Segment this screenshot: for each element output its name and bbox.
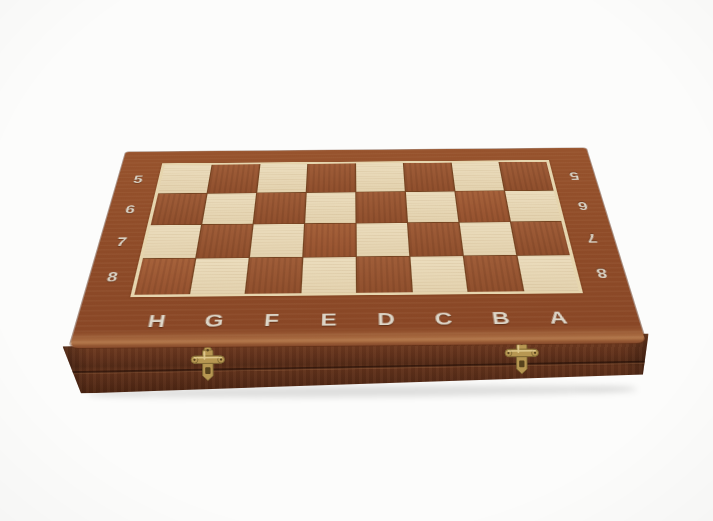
square-h5 [158,165,211,194]
chess-box: 5678 5678 HGFEDCBA [0,0,713,521]
file-label-g: G [184,311,244,331]
square-e6 [305,192,355,223]
square-g6 [202,193,256,224]
square-b7 [460,222,517,255]
square-a5 [500,162,554,191]
square-f6 [254,193,306,224]
file-label-h: H [126,312,187,332]
square-g5 [208,164,260,193]
square-b6 [455,191,509,222]
square-f8 [246,258,302,294]
rank-label-right-7: 7 [566,221,619,255]
file-label-e: E [300,310,358,330]
file-label-d: D [357,310,415,330]
file-labels: HGFEDCBA [122,293,592,347]
square-d8 [357,257,412,293]
file-label-a: A [528,308,590,328]
square-c5 [404,163,454,192]
chess-board-grid [134,162,578,295]
square-c7 [408,223,463,256]
square-h6 [151,194,207,225]
square-d5 [356,163,405,192]
square-f5 [257,164,307,193]
square-a6 [505,191,561,222]
file-label-b: B [471,309,532,329]
square-a7 [511,222,570,255]
square-d6 [356,192,407,223]
rank-label-right-6: 6 [558,190,609,221]
rank-label-left-5: 5 [114,165,162,194]
rank-label-right-5: 5 [550,161,599,190]
rank-label-right-8: 8 [574,255,630,292]
square-b8 [464,256,523,292]
lid-seam [65,361,647,375]
square-h7 [143,225,201,258]
square-g8 [190,258,249,294]
square-g7 [196,224,252,257]
brass-clasp-left-icon [189,344,227,388]
board-lid: 5678 5678 HGFEDCBA [69,148,646,348]
square-e8 [301,257,356,293]
square-e5 [307,163,355,192]
square-c6 [406,192,458,223]
square-a8 [517,255,578,291]
square-f7 [250,224,304,257]
file-label-c: C [414,309,473,329]
file-label-f: F [242,311,301,331]
product-photo-scene: 5678 5678 HGFEDCBA [0,0,713,521]
square-h8 [134,259,195,295]
square-d7 [357,223,410,256]
board-frame [130,160,583,297]
square-c8 [410,256,467,292]
square-b5 [452,162,504,191]
square-e7 [303,224,355,257]
